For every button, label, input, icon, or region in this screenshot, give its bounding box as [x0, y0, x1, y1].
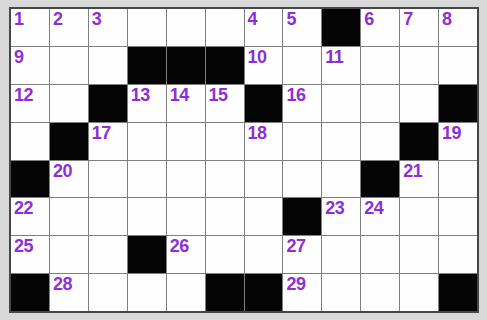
white-cell-r5c9[interactable]	[322, 161, 360, 198]
white-cell-r1c2[interactable]: 2	[50, 9, 88, 46]
white-cell-r2c10[interactable]	[361, 47, 399, 84]
white-cell-r1c10[interactable]: 6	[361, 9, 399, 46]
white-cell-r1c3[interactable]: 3	[89, 9, 127, 46]
white-cell-r5c6[interactable]	[206, 161, 244, 198]
white-cell-r4c8[interactable]	[283, 123, 321, 160]
white-cell-r3c5[interactable]: 14	[167, 85, 205, 122]
white-cell-r6c10[interactable]: 24	[361, 198, 399, 235]
clue-number-6: 6	[364, 10, 374, 28]
black-cell-r8c12	[439, 274, 477, 311]
black-cell-r3c12	[439, 85, 477, 122]
black-cell-r3c7	[245, 85, 283, 122]
white-cell-r8c10[interactable]	[361, 274, 399, 311]
clue-number-10: 10	[248, 48, 267, 66]
clue-number-1: 1	[14, 10, 24, 28]
white-cell-r8c3[interactable]	[89, 274, 127, 311]
white-cell-r1c12[interactable]: 8	[439, 9, 477, 46]
white-cell-r8c4[interactable]	[128, 274, 166, 311]
white-cell-r6c1[interactable]: 22	[11, 198, 49, 235]
white-cell-r3c8[interactable]: 16	[283, 85, 321, 122]
white-cell-r1c7[interactable]: 4	[245, 9, 283, 46]
white-cell-r6c6[interactable]	[206, 198, 244, 235]
white-cell-r7c10[interactable]	[361, 236, 399, 273]
clue-number-22: 22	[14, 199, 33, 217]
crossword-grid: 1234567891011121314151617181920212223242…	[9, 7, 479, 313]
black-cell-r8c6	[206, 274, 244, 311]
black-cell-r4c2	[50, 123, 88, 160]
white-cell-r6c2[interactable]	[50, 198, 88, 235]
white-cell-r2c12[interactable]	[439, 47, 477, 84]
white-cell-r5c7[interactable]	[245, 161, 283, 198]
white-cell-r5c11[interactable]: 21	[400, 161, 438, 198]
clue-number-21: 21	[403, 162, 422, 180]
clue-number-12: 12	[14, 86, 33, 104]
clue-number-8: 8	[442, 10, 452, 28]
clue-number-16: 16	[286, 86, 305, 104]
white-cell-r5c4[interactable]	[128, 161, 166, 198]
black-cell-r4c11	[400, 123, 438, 160]
clue-number-7: 7	[403, 10, 413, 28]
clue-number-4: 4	[248, 10, 258, 28]
white-cell-r1c8[interactable]: 5	[283, 9, 321, 46]
white-cell-r1c6[interactable]	[206, 9, 244, 46]
white-cell-r6c5[interactable]	[167, 198, 205, 235]
clue-number-13: 13	[131, 86, 150, 104]
black-cell-r2c5	[167, 47, 205, 84]
black-cell-r5c10	[361, 161, 399, 198]
white-cell-r6c4[interactable]	[128, 198, 166, 235]
black-cell-r6c8	[283, 198, 321, 235]
white-cell-r7c6[interactable]	[206, 236, 244, 273]
clue-number-20: 20	[53, 162, 72, 180]
clue-number-29: 29	[286, 275, 305, 293]
white-cell-r4c7[interactable]: 18	[245, 123, 283, 160]
clue-number-3: 3	[92, 10, 102, 28]
white-cell-r8c11[interactable]	[400, 274, 438, 311]
white-cell-r5c3[interactable]	[89, 161, 127, 198]
clue-number-19: 19	[442, 124, 461, 142]
white-cell-r3c11[interactable]	[400, 85, 438, 122]
white-cell-r1c4[interactable]	[128, 9, 166, 46]
white-cell-r4c5[interactable]	[167, 123, 205, 160]
white-cell-r7c3[interactable]	[89, 236, 127, 273]
clue-number-18: 18	[248, 124, 267, 142]
white-cell-r6c12[interactable]	[439, 198, 477, 235]
clue-number-2: 2	[53, 10, 63, 28]
white-cell-r1c1[interactable]: 1	[11, 9, 49, 46]
white-cell-r4c12[interactable]: 19	[439, 123, 477, 160]
white-cell-r7c1[interactable]: 25	[11, 236, 49, 273]
clue-number-15: 15	[209, 86, 228, 104]
white-cell-r7c9[interactable]	[322, 236, 360, 273]
clue-number-14: 14	[170, 86, 189, 104]
white-cell-r8c2[interactable]: 28	[50, 274, 88, 311]
clue-number-25: 25	[14, 237, 33, 255]
white-cell-r8c8[interactable]: 29	[283, 274, 321, 311]
white-cell-r7c2[interactable]	[50, 236, 88, 273]
white-cell-r2c11[interactable]	[400, 47, 438, 84]
white-cell-r2c9[interactable]: 11	[322, 47, 360, 84]
clue-number-5: 5	[286, 10, 296, 28]
clue-number-23: 23	[325, 199, 344, 217]
clue-number-11: 11	[325, 48, 343, 66]
white-cell-r5c8[interactable]	[283, 161, 321, 198]
clue-number-9: 9	[14, 48, 24, 66]
white-cell-r5c5[interactable]	[167, 161, 205, 198]
white-cell-r5c12[interactable]	[439, 161, 477, 198]
white-cell-r7c5[interactable]: 26	[167, 236, 205, 273]
clue-number-24: 24	[364, 199, 383, 217]
white-cell-r4c9[interactable]	[322, 123, 360, 160]
white-cell-r4c3[interactable]: 17	[89, 123, 127, 160]
white-cell-r6c9[interactable]: 23	[322, 198, 360, 235]
white-cell-r4c4[interactable]	[128, 123, 166, 160]
black-cell-r7c4	[128, 236, 166, 273]
black-cell-r5c1	[11, 161, 49, 198]
black-cell-r3c3	[89, 85, 127, 122]
white-cell-r7c12[interactable]	[439, 236, 477, 273]
white-cell-r4c1[interactable]	[11, 123, 49, 160]
white-cell-r4c6[interactable]	[206, 123, 244, 160]
white-cell-r6c11[interactable]	[400, 198, 438, 235]
clue-number-28: 28	[53, 275, 72, 293]
white-cell-r7c7[interactable]	[245, 236, 283, 273]
white-cell-r6c7[interactable]	[245, 198, 283, 235]
white-cell-r3c1[interactable]: 12	[11, 85, 49, 122]
white-cell-r2c1[interactable]: 9	[11, 47, 49, 84]
white-cell-r5c2[interactable]: 20	[50, 161, 88, 198]
white-cell-r8c5[interactable]	[167, 274, 205, 311]
white-cell-r7c11[interactable]	[400, 236, 438, 273]
white-cell-r7c8[interactable]: 27	[283, 236, 321, 273]
white-cell-r8c9[interactable]	[322, 274, 360, 311]
black-cell-r8c7	[245, 274, 283, 311]
white-cell-r1c11[interactable]: 7	[400, 9, 438, 46]
clue-number-27: 27	[286, 237, 305, 255]
white-cell-r3c4[interactable]: 13	[128, 85, 166, 122]
white-cell-r2c7[interactable]: 10	[245, 47, 283, 84]
white-cell-r2c3[interactable]	[89, 47, 127, 84]
white-cell-r3c6[interactable]: 15	[206, 85, 244, 122]
black-cell-r8c1	[11, 274, 49, 311]
white-cell-r2c8[interactable]	[283, 47, 321, 84]
clue-number-17: 17	[92, 124, 111, 142]
white-cell-r3c2[interactable]	[50, 85, 88, 122]
white-cell-r1c5[interactable]	[167, 9, 205, 46]
black-cell-r1c9	[322, 9, 360, 46]
clue-number-26: 26	[170, 237, 189, 255]
white-cell-r3c9[interactable]	[322, 85, 360, 122]
white-cell-r4c10[interactable]	[361, 123, 399, 160]
black-cell-r2c4	[128, 47, 166, 84]
white-cell-r2c2[interactable]	[50, 47, 88, 84]
black-cell-r2c6	[206, 47, 244, 84]
white-cell-r6c3[interactable]	[89, 198, 127, 235]
white-cell-r3c10[interactable]	[361, 85, 399, 122]
